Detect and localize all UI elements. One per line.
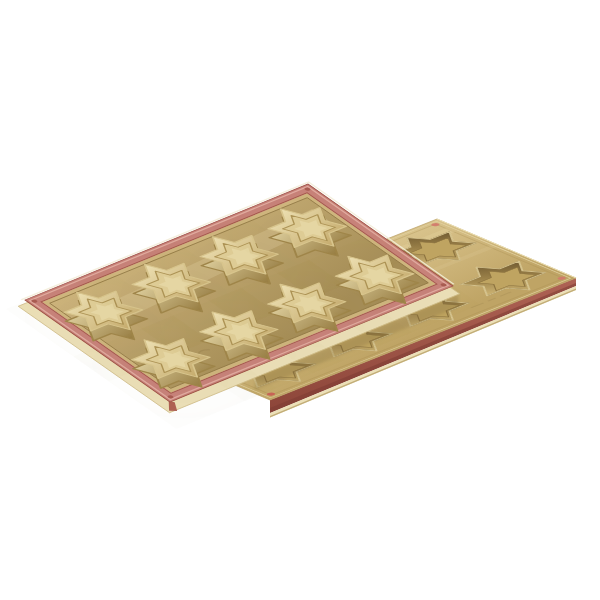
product-photo: [0, 0, 600, 600]
product-image-canvas: [0, 0, 600, 600]
